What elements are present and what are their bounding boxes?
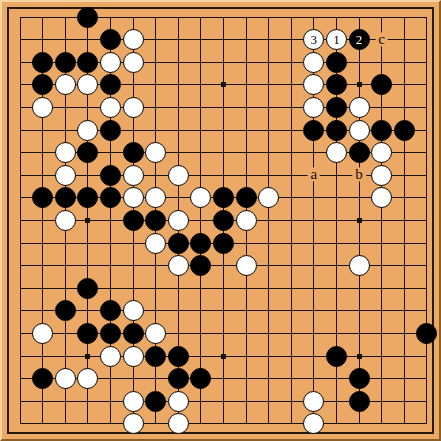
black-stone[interactable] xyxy=(371,120,392,141)
black-stone-move-2[interactable]: 2 xyxy=(349,29,370,50)
black-stone[interactable] xyxy=(326,74,347,95)
black-stone[interactable] xyxy=(236,187,257,208)
white-stone[interactable] xyxy=(168,413,189,434)
black-stone[interactable] xyxy=(55,52,76,73)
black-stone[interactable] xyxy=(190,255,211,276)
star-point xyxy=(357,218,362,223)
point-label-a: a xyxy=(307,168,320,182)
grid-line-horizontal xyxy=(20,423,428,424)
white-stone[interactable] xyxy=(145,233,166,254)
black-stone[interactable] xyxy=(32,368,53,389)
black-stone[interactable] xyxy=(190,233,211,254)
point-label-b: b xyxy=(352,168,366,182)
white-stone[interactable] xyxy=(55,74,76,95)
white-stone-move-3[interactable]: 3 xyxy=(303,29,324,50)
white-stone[interactable] xyxy=(123,346,144,367)
star-point xyxy=(85,218,90,223)
black-stone[interactable] xyxy=(100,74,121,95)
white-stone[interactable] xyxy=(349,255,370,276)
black-stone[interactable] xyxy=(77,187,98,208)
grid-line-vertical xyxy=(426,17,427,425)
white-stone[interactable] xyxy=(349,97,370,118)
black-stone[interactable] xyxy=(213,210,234,231)
star-point xyxy=(357,82,362,87)
black-stone[interactable] xyxy=(145,346,166,367)
white-stone[interactable] xyxy=(236,210,257,231)
black-stone[interactable] xyxy=(213,187,234,208)
star-point xyxy=(357,354,362,359)
black-stone[interactable] xyxy=(213,233,234,254)
white-stone[interactable] xyxy=(168,210,189,231)
grid-line-vertical xyxy=(404,17,405,425)
white-stone[interactable] xyxy=(371,165,392,186)
white-stone[interactable] xyxy=(32,323,53,344)
white-stone[interactable] xyxy=(77,120,98,141)
white-stone[interactable] xyxy=(55,165,76,186)
black-stone[interactable] xyxy=(100,323,121,344)
white-stone[interactable] xyxy=(168,165,189,186)
black-stone[interactable] xyxy=(326,120,347,141)
white-stone[interactable] xyxy=(190,187,211,208)
black-stone[interactable] xyxy=(77,52,98,73)
white-stone[interactable] xyxy=(123,52,144,73)
black-stone[interactable] xyxy=(326,346,347,367)
white-stone[interactable] xyxy=(145,142,166,163)
star-point xyxy=(85,354,90,359)
point-label-c: c xyxy=(375,32,388,46)
white-stone[interactable] xyxy=(371,142,392,163)
white-stone[interactable] xyxy=(100,52,121,73)
white-stone[interactable] xyxy=(100,346,121,367)
black-stone[interactable] xyxy=(168,233,189,254)
white-stone[interactable] xyxy=(303,74,324,95)
black-stone[interactable] xyxy=(100,165,121,186)
white-stone[interactable] xyxy=(371,187,392,208)
star-point xyxy=(221,354,226,359)
white-stone[interactable] xyxy=(168,391,189,412)
black-stone[interactable] xyxy=(371,74,392,95)
black-stone[interactable] xyxy=(168,346,189,367)
grid-line-vertical xyxy=(291,17,292,425)
black-stone[interactable] xyxy=(100,29,121,50)
white-stone[interactable] xyxy=(123,29,144,50)
white-stone[interactable] xyxy=(349,120,370,141)
black-stone[interactable] xyxy=(145,391,166,412)
white-stone[interactable] xyxy=(55,142,76,163)
black-stone[interactable] xyxy=(55,187,76,208)
black-stone[interactable] xyxy=(123,210,144,231)
black-stone[interactable] xyxy=(100,300,121,321)
black-stone[interactable] xyxy=(100,120,121,141)
black-stone[interactable] xyxy=(326,52,347,73)
white-stone-move-1[interactable]: 1 xyxy=(326,29,347,50)
black-stone[interactable] xyxy=(123,323,144,344)
black-stone[interactable] xyxy=(77,7,98,28)
black-stone[interactable] xyxy=(168,368,189,389)
black-stone[interactable] xyxy=(190,368,211,389)
black-stone[interactable] xyxy=(349,391,370,412)
grid-line-horizontal xyxy=(20,310,428,311)
white-stone[interactable] xyxy=(77,74,98,95)
black-stone[interactable] xyxy=(32,52,53,73)
white-stone[interactable] xyxy=(123,187,144,208)
white-stone[interactable] xyxy=(77,368,98,389)
white-stone[interactable] xyxy=(303,97,324,118)
white-stone[interactable] xyxy=(123,165,144,186)
black-stone[interactable] xyxy=(77,278,98,299)
black-stone[interactable] xyxy=(145,210,166,231)
white-stone[interactable] xyxy=(326,142,347,163)
white-stone[interactable] xyxy=(168,255,189,276)
white-stone[interactable] xyxy=(32,97,53,118)
black-stone[interactable] xyxy=(77,142,98,163)
grid-line-vertical xyxy=(268,17,269,425)
white-stone[interactable] xyxy=(303,391,324,412)
black-stone[interactable] xyxy=(77,323,98,344)
black-stone[interactable] xyxy=(100,187,121,208)
go-board[interactable]: 312cab xyxy=(0,0,441,441)
white-stone[interactable] xyxy=(236,255,257,276)
white-stone[interactable] xyxy=(100,97,121,118)
star-point xyxy=(221,82,226,87)
white-stone[interactable] xyxy=(123,413,144,434)
black-stone[interactable] xyxy=(123,142,144,163)
white-stone[interactable] xyxy=(55,368,76,389)
white-stone[interactable] xyxy=(123,97,144,118)
black-stone[interactable] xyxy=(326,97,347,118)
black-stone[interactable] xyxy=(416,323,437,344)
black-stone[interactable] xyxy=(303,120,324,141)
black-stone[interactable] xyxy=(55,300,76,321)
black-stone[interactable] xyxy=(349,142,370,163)
white-stone[interactable] xyxy=(55,210,76,231)
white-stone[interactable] xyxy=(258,187,279,208)
white-stone[interactable] xyxy=(123,391,144,412)
black-stone[interactable] xyxy=(32,187,53,208)
black-stone[interactable] xyxy=(32,74,53,95)
white-stone[interactable] xyxy=(123,300,144,321)
white-stone[interactable] xyxy=(145,187,166,208)
white-stone[interactable] xyxy=(303,413,324,434)
white-stone[interactable] xyxy=(145,323,166,344)
black-stone[interactable] xyxy=(349,368,370,389)
black-stone[interactable] xyxy=(394,120,415,141)
white-stone[interactable] xyxy=(303,52,324,73)
